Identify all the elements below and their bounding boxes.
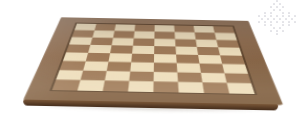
watermark-gap <box>261 9 263 11</box>
watermark-gap <box>273 15 275 17</box>
watermark-gap <box>267 9 269 11</box>
watermark-gap <box>264 18 266 20</box>
watermark-dot <box>276 0 278 2</box>
square-d3[interactable] <box>130 62 154 72</box>
watermark-gap <box>258 6 260 8</box>
watermark-dot <box>282 6 284 8</box>
watermark-gap <box>294 3 296 5</box>
watermark-gap <box>297 21 299 23</box>
watermark-gap <box>255 12 257 14</box>
watermark-gap <box>297 18 299 20</box>
square-c3[interactable] <box>107 62 132 72</box>
watermark-gap <box>297 33 299 35</box>
watermark-gap <box>255 15 257 17</box>
watermark-gap <box>279 15 281 17</box>
watermark-dot <box>267 18 269 20</box>
watermark-gap <box>258 3 260 5</box>
watermark-gap <box>267 12 269 14</box>
watermark-gap <box>273 21 275 23</box>
watermark-gap <box>258 24 260 26</box>
watermark-gap <box>273 24 275 26</box>
watermark-gap <box>294 33 296 35</box>
watermark-gap <box>291 6 293 8</box>
watermark-gap <box>255 27 257 29</box>
watermark-gap <box>267 30 269 32</box>
watermark-gap <box>297 15 299 17</box>
watermark-gap <box>279 30 281 32</box>
watermark-gap <box>255 6 257 8</box>
watermark-dot <box>291 18 293 20</box>
watermark-gap <box>270 27 272 29</box>
watermark-gap <box>264 27 266 29</box>
square-f2[interactable] <box>177 72 202 82</box>
chess-board <box>23 17 283 105</box>
watermark-gap <box>291 24 293 26</box>
watermark-gap <box>258 30 260 32</box>
watermark-gap <box>297 30 299 32</box>
watermark-gap <box>297 24 299 26</box>
watermark-gap <box>258 0 260 2</box>
watermark-gap <box>282 3 284 5</box>
square-h3[interactable] <box>222 64 248 74</box>
watermark-gap <box>255 3 257 5</box>
watermark-dot <box>279 3 281 5</box>
watermark-dot <box>264 12 266 14</box>
square-g1[interactable] <box>202 82 229 93</box>
watermark-gap <box>285 3 287 5</box>
watermark-gap <box>255 0 257 2</box>
watermark-dot <box>270 15 272 17</box>
watermark-gap <box>264 33 266 35</box>
watermark-dot <box>258 15 260 17</box>
watermark-dot <box>282 24 284 26</box>
watermark-gap <box>291 3 293 5</box>
watermark-gap <box>294 0 296 2</box>
watermark-gap <box>276 18 278 20</box>
watermark-gap <box>261 24 263 26</box>
product-photo-scene <box>0 0 300 122</box>
watermark-gap <box>288 27 290 29</box>
watermark-gap <box>285 0 287 2</box>
watermark-dot <box>276 15 278 17</box>
watermark-dot <box>279 9 281 11</box>
watermark-gap <box>291 9 293 11</box>
watermark-gap <box>282 9 284 11</box>
square-a1[interactable] <box>52 80 80 91</box>
watermark-gap <box>291 15 293 17</box>
watermark-gap <box>255 9 257 11</box>
square-f3[interactable] <box>177 63 201 73</box>
watermark-gap <box>270 18 272 20</box>
watermark-gap <box>276 27 278 29</box>
watermark-gap <box>273 0 275 2</box>
watermark-dot <box>270 12 272 14</box>
watermark-gap <box>288 0 290 2</box>
watermark-gap <box>273 6 275 8</box>
watermark-gap <box>288 33 290 35</box>
square-e1[interactable] <box>153 82 178 93</box>
watermark-gap <box>264 6 266 8</box>
watermark-gap <box>297 27 299 29</box>
square-d1[interactable] <box>128 81 154 92</box>
watermark-gap <box>264 9 266 11</box>
watermark-gap <box>294 6 296 8</box>
watermark-gap <box>264 3 266 5</box>
watermark-gap <box>285 33 287 35</box>
watermark-gap <box>279 24 281 26</box>
watermark-dot <box>270 24 272 26</box>
watermark-gap <box>261 15 263 17</box>
watermark-gap <box>285 27 287 29</box>
square-c2[interactable] <box>105 71 130 81</box>
square-a2[interactable] <box>56 70 83 80</box>
watermark-dot <box>276 30 278 32</box>
watermark-gap <box>297 12 299 14</box>
watermark-gap <box>276 12 278 14</box>
watermark-gap <box>261 0 263 2</box>
watermark-gap <box>285 12 287 14</box>
square-h2[interactable] <box>224 73 251 83</box>
watermark-gap <box>285 21 287 23</box>
watermark-gap <box>291 21 293 23</box>
watermark-gap <box>291 12 293 14</box>
watermark-gap <box>267 21 269 23</box>
watermark-gap <box>258 27 260 29</box>
watermark-gap <box>282 18 284 20</box>
watermark-gap <box>294 18 296 20</box>
brand-watermark-logo <box>255 0 299 35</box>
square-b3[interactable] <box>83 61 108 71</box>
watermark-gap <box>267 24 269 26</box>
watermark-gap <box>273 30 275 32</box>
watermark-gap <box>270 9 272 11</box>
watermark-gap <box>288 18 290 20</box>
square-g2[interactable] <box>201 73 227 83</box>
watermark-dot <box>273 18 275 20</box>
watermark-gap <box>294 12 296 14</box>
watermark-dot <box>288 24 290 26</box>
watermark-gap <box>255 24 257 26</box>
watermark-gap <box>273 12 275 14</box>
watermark-dot <box>270 30 272 32</box>
watermark-dot <box>282 30 284 32</box>
square-b1[interactable] <box>77 80 104 91</box>
watermark-gap <box>288 9 290 11</box>
watermark-gap <box>267 15 269 17</box>
square-b2[interactable] <box>80 70 106 80</box>
watermark-gap <box>294 24 296 26</box>
watermark-gap <box>279 33 281 35</box>
square-d2[interactable] <box>129 71 154 81</box>
watermark-gap <box>276 9 278 11</box>
watermark-gap <box>255 21 257 23</box>
watermark-gap <box>285 6 287 8</box>
watermark-dot <box>282 21 284 23</box>
watermark-gap <box>279 0 281 2</box>
watermark-dot <box>270 6 272 8</box>
watermark-gap <box>282 27 284 29</box>
watermark-dot <box>279 27 281 29</box>
watermark-dot <box>279 18 281 20</box>
board-squares-grid <box>52 23 255 94</box>
watermark-dot <box>273 3 275 5</box>
watermark-gap <box>261 27 263 29</box>
watermark-gap <box>255 33 257 35</box>
watermark-dot <box>273 27 275 29</box>
watermark-gap <box>291 33 293 35</box>
watermark-gap <box>297 9 299 11</box>
watermark-gap <box>294 27 296 29</box>
watermark-dot <box>264 21 266 23</box>
watermark-gap <box>291 30 293 32</box>
watermark-gap <box>288 3 290 5</box>
watermark-gap <box>285 9 287 11</box>
square-h1[interactable] <box>227 83 255 94</box>
watermark-dot <box>273 9 275 11</box>
watermark-gap <box>270 0 272 2</box>
watermark-gap <box>261 6 263 8</box>
watermark-dot <box>285 18 287 20</box>
watermark-gap <box>273 33 275 35</box>
watermark-dot <box>294 15 296 17</box>
watermark-gap <box>291 27 293 29</box>
watermark-gap <box>261 12 263 14</box>
watermark-gap <box>297 3 299 5</box>
watermark-dot <box>261 18 263 20</box>
watermark-dot <box>282 15 284 17</box>
watermark-gap <box>267 27 269 29</box>
watermark-gap <box>270 33 272 35</box>
watermark-gap <box>282 33 284 35</box>
watermark-gap <box>294 9 296 11</box>
watermark-gap <box>291 0 293 2</box>
watermark-gap <box>276 3 278 5</box>
watermark-gap <box>282 0 284 2</box>
square-e3[interactable] <box>154 63 178 73</box>
watermark-gap <box>267 33 269 35</box>
watermark-gap <box>258 9 260 11</box>
watermark-gap <box>261 3 263 5</box>
watermark-gap <box>285 30 287 32</box>
board-frame-inlay-line <box>49 23 257 95</box>
watermark-gap <box>261 33 263 35</box>
watermark-dot <box>276 33 278 35</box>
watermark-dot <box>282 12 284 14</box>
watermark-gap <box>267 0 269 2</box>
square-e2[interactable] <box>154 72 178 82</box>
watermark-gap <box>288 6 290 8</box>
square-g3[interactable] <box>199 63 224 73</box>
square-a3[interactable] <box>60 61 86 71</box>
watermark-gap <box>261 21 263 23</box>
watermark-dot <box>258 21 260 23</box>
watermark-dot <box>288 21 290 23</box>
watermark-gap <box>285 15 287 17</box>
watermark-gap <box>279 21 281 23</box>
watermark-gap <box>264 0 266 2</box>
watermark-gap <box>285 24 287 26</box>
watermark-gap <box>264 30 266 32</box>
watermark-dot <box>276 6 278 8</box>
watermark-gap <box>297 6 299 8</box>
watermark-gap <box>294 30 296 32</box>
watermark-gap <box>255 18 257 20</box>
watermark-gap <box>258 33 260 35</box>
watermark-dot <box>288 15 290 17</box>
square-c1[interactable] <box>103 81 129 92</box>
watermark-gap <box>267 6 269 8</box>
watermark-gap <box>258 12 260 14</box>
watermark-gap <box>267 3 269 5</box>
watermark-gap <box>276 24 278 26</box>
watermark-dot <box>294 21 296 23</box>
watermark-gap <box>255 30 257 32</box>
watermark-dot <box>264 15 266 17</box>
watermark-gap <box>279 12 281 14</box>
watermark-dot <box>288 12 290 14</box>
watermark-dot <box>264 24 266 26</box>
watermark-gap <box>261 30 263 32</box>
watermark-gap <box>279 6 281 8</box>
watermark-gap <box>288 30 290 32</box>
watermark-gap <box>297 0 299 2</box>
watermark-gap <box>270 3 272 5</box>
watermark-gap <box>258 18 260 20</box>
watermark-dot <box>276 21 278 23</box>
square-f1[interactable] <box>178 82 204 93</box>
watermark-dot <box>270 21 272 23</box>
